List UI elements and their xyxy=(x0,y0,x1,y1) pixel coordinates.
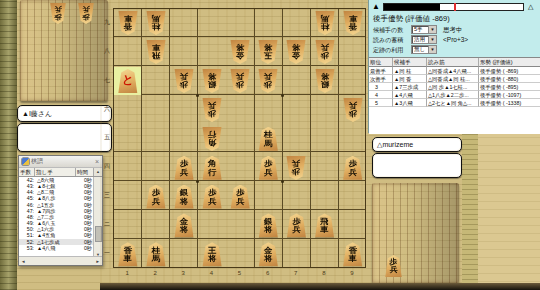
candidate-rows: 最善手▲同 桂△同香成▲4八飛...後手優勢 ( -869)次善手▲同 香△同香… xyxy=(369,67,540,107)
setting-joseki-label: 定跡の利用 xyxy=(373,47,403,53)
shogi-piece-桂馬-sente[interactable]: 桂馬 xyxy=(145,11,167,35)
shogi-piece-香車-gote[interactable]: 香車 xyxy=(342,242,364,266)
candidate-cell: △同 歩▲1七桂... xyxy=(427,83,479,91)
evaluation-bar-row: ▲ △ xyxy=(369,2,540,12)
gote-mark-icon: △ xyxy=(528,3,533,10)
analysis-panel: ▲ △ 後手優勢 (評価値 -869) 候補手の数 5手 ▼ 思考中 読みの蓄積… xyxy=(368,0,540,133)
setting-accumulate: 読みの蓄積 活用 ▼ <Pro+3> xyxy=(373,36,403,45)
shogi-piece-歩兵-gote[interactable]: 歩兵 xyxy=(201,185,223,209)
kifu-titlebar[interactable]: 棋譜 × xyxy=(19,156,102,168)
sente-comment-box xyxy=(17,123,112,152)
candidate-row[interactable]: 5▲3八飛△2七と▲同 角△...後手優勢 ( -1338) xyxy=(369,99,540,107)
file-label-7: 7 xyxy=(282,270,310,276)
rank-label-九: 九 xyxy=(102,8,112,37)
shogi-piece-歩兵-gote[interactable]: 歩兵 xyxy=(285,213,307,237)
sente-name-plate[interactable]: ▲I藤さん xyxy=(17,105,112,122)
chevron-down-icon[interactable]: ▼ xyxy=(428,26,436,33)
shogi-app-window: 歩兵歩兵 ▲I藤さん 棋譜 × 手数 指し手 時間 ▲ 42:△8六飛0秒43:… xyxy=(0,0,540,290)
scroll-left-icon[interactable]: ◄ xyxy=(21,259,25,264)
kifu-col-move: 指し手 xyxy=(35,168,76,176)
accumulate-combobox[interactable]: 活用 ▼ xyxy=(411,35,437,44)
rank-label-四: 四 xyxy=(102,152,112,181)
chevron-down-icon[interactable]: ▼ xyxy=(428,46,436,53)
evaluation-text: 後手優勢 (評価値 -869) xyxy=(373,14,450,24)
kifu-cell: 53: xyxy=(19,245,35,251)
shogi-piece-銀将-sente[interactable]: 銀将 xyxy=(201,69,223,93)
candidates-value: 5手 xyxy=(412,26,428,33)
candidate-cell: 後手優勢 ( -1097) xyxy=(479,91,540,99)
candidates-combobox[interactable]: 5手 ▼ xyxy=(411,25,437,34)
gote-name-plate[interactable]: △murizeme xyxy=(372,137,462,152)
shogi-piece-歩兵-gote[interactable]: 歩兵 xyxy=(145,185,167,209)
hoshi-dot xyxy=(196,180,199,183)
gote-comment-box xyxy=(372,153,462,178)
candidate-cell: ▲4八飛 xyxy=(393,91,427,99)
evaluation-bar xyxy=(383,3,524,11)
candidate-cell: ▲同 桂 xyxy=(393,67,427,75)
shogi-piece-玉将-sente[interactable]: 玉将 xyxy=(257,40,279,64)
shogi-piece-香車-sente[interactable]: 香車 xyxy=(117,11,139,35)
shogi-piece-歩兵-gote[interactable]: 歩兵 xyxy=(257,156,279,180)
file-label-1: 1 xyxy=(113,270,141,276)
setting-candidates-label: 候補手の数 xyxy=(373,27,403,33)
kifu-cell: 0秒 xyxy=(76,245,92,251)
candidate-cell: 後手優勢 ( -880) xyxy=(479,75,540,83)
shogi-piece-金将-gote[interactable]: 金将 xyxy=(257,242,279,266)
candidate-cell: 5 xyxy=(369,99,393,107)
shogi-piece-香車-sente[interactable]: 香車 xyxy=(342,11,364,35)
kifu-col-time: 時間 xyxy=(76,168,94,176)
file-label-3: 3 xyxy=(169,270,197,276)
chevron-down-icon[interactable]: ▼ xyxy=(428,36,436,43)
setting-joseki: 定跡の利用 無し ▼ xyxy=(373,46,403,55)
shogi-piece-桂馬-sente[interactable]: 桂馬 xyxy=(314,11,336,35)
candidate-cell: △同香成▲4八飛... xyxy=(427,67,479,75)
shogi-piece-王将-gote[interactable]: 王将 xyxy=(201,242,223,266)
shogi-piece-角行-gote[interactable]: 角行 xyxy=(201,156,223,180)
accumulate-value: 活用 xyxy=(412,36,428,43)
gote-name: △murizeme xyxy=(377,141,413,149)
shogi-piece-歩兵-sente[interactable]: 歩兵 xyxy=(201,98,223,122)
file-label-9: 9 xyxy=(338,270,366,276)
candidate-cell: ▲同 香 xyxy=(393,75,427,83)
thinking-status: 思考中 xyxy=(443,26,463,35)
joseki-value: 無し xyxy=(412,46,428,53)
candidate-row[interactable]: 次善手▲同 香△同香成▲同 桂...後手優勢 ( -880) xyxy=(369,75,540,83)
candidate-table-header: 順位 候補手 読み筋 形勢 (評価値) xyxy=(369,58,540,67)
shogi-piece-歩兵-sente[interactable]: 歩兵 xyxy=(257,69,279,93)
col-candidate: 候補手 xyxy=(393,58,427,67)
col-rank: 順位 xyxy=(369,58,393,67)
rank-label-五: 五 xyxy=(102,124,112,153)
tatami-border-left xyxy=(0,0,17,290)
rank-label-一: 一 xyxy=(102,239,112,268)
file-label-4: 4 xyxy=(197,270,225,276)
board-grid[interactable]: 香車桂馬桂馬香車飛車金将玉将金将歩兵と歩兵銀将歩兵歩兵銀将歩兵歩兵角行桂馬歩兵角… xyxy=(113,8,366,268)
col-eval: 形勢 (評価値) xyxy=(479,58,540,67)
candidate-cell: 次善手 xyxy=(369,75,393,83)
setting-accumulate-label: 読みの蓄積 xyxy=(373,37,403,43)
shogi-piece-飛車-sente[interactable]: 飛車 xyxy=(145,40,167,64)
kifu-cell: ▲4八飛 xyxy=(35,245,76,251)
kifu-window: 棋譜 × 手数 指し手 時間 ▲ 42:△8六飛0秒43:▲8七銀0秒44:△8… xyxy=(18,155,103,266)
evaluation-bar-fill xyxy=(384,4,440,10)
shogi-piece-金将-gote[interactable]: 金将 xyxy=(173,213,195,237)
rank-label-七: 七 xyxy=(102,66,112,95)
file-label-8: 8 xyxy=(310,270,338,276)
candidate-cell: △同香成▲同 桂... xyxy=(427,75,479,83)
kifu-move-list: 42:△8六飛0秒43:▲8七銀0秒44:△8二飛0秒45:▲8八歩0秒46:△… xyxy=(19,177,94,251)
candidate-moves-table: 順位 候補手 読み筋 形勢 (評価値) 最善手▲同 桂△同香成▲4八飛...後手… xyxy=(369,57,540,134)
candidate-row[interactable]: 4▲4八飛△1八歩▲2二歩...後手優勢 ( -1097) xyxy=(369,91,540,99)
kifu-window-title: 棋譜 xyxy=(31,157,43,166)
candidate-cell: △2七と▲同 角△... xyxy=(427,99,479,107)
shogi-piece-歩兵-sente[interactable]: 歩兵 xyxy=(49,3,67,24)
shogi-piece-歩兵-sente[interactable]: 歩兵 xyxy=(342,98,364,122)
shogi-piece-金将-sente[interactable]: 金将 xyxy=(285,40,307,64)
setting-candidates: 候補手の数 5手 ▼ 思考中 xyxy=(373,26,403,35)
shogi-piece-歩兵-sente[interactable]: 歩兵 xyxy=(314,40,336,64)
rank-label-二: 二 xyxy=(102,210,112,239)
kifu-header-row: 手数 指し手 時間 ▲ xyxy=(19,168,102,177)
shogi-piece-銀将-sente[interactable]: 銀将 xyxy=(314,69,336,93)
shogi-piece-歩兵-gote[interactable]: 歩兵 xyxy=(229,185,251,209)
shogi-piece-金将-sente[interactable]: 金将 xyxy=(229,40,251,64)
candidate-cell: △1八歩▲2二歩... xyxy=(427,91,479,99)
shogi-piece-歩兵-gote[interactable]: 歩兵 xyxy=(384,255,403,277)
shogi-piece-歩兵-sente[interactable]: 歩兵 xyxy=(285,156,307,180)
candidate-cell: 後手優勢 ( -895) xyxy=(479,83,540,91)
sente-komadai: 歩兵歩兵 xyxy=(20,0,108,101)
file-label-6: 6 xyxy=(254,270,282,276)
candidate-cell: 最善手 xyxy=(369,67,393,75)
rank-label-三: 三 xyxy=(102,181,112,210)
rank-label-六: 六 xyxy=(102,95,112,124)
shogi-piece-銀将-gote[interactable]: 銀将 xyxy=(173,185,195,209)
kifu-col-moveno: 手数 xyxy=(19,168,35,176)
shogi-piece-桂馬-gote[interactable]: 桂馬 xyxy=(145,242,167,266)
rank-label-八: 八 xyxy=(102,37,112,66)
hoshi-dot xyxy=(196,94,199,97)
shogi-piece-桂馬-gote[interactable]: 桂馬 xyxy=(257,127,279,151)
shogi-piece-銀将-gote[interactable]: 銀将 xyxy=(257,213,279,237)
col-pv: 読み筋 xyxy=(427,58,479,67)
shogi-board: 九八七六五四三二一 123456789 香車桂馬桂馬香車飛車金将玉将金将歩兵と歩… xyxy=(100,0,368,290)
candidate-cell: 後手優勢 ( -1338) xyxy=(479,99,540,107)
shogi-piece-角行-sente[interactable]: 角行 xyxy=(201,127,223,151)
candidate-cell: ▲3八飛 xyxy=(393,99,427,107)
floor-shadow xyxy=(100,283,540,290)
shogi-piece-歩兵-gote[interactable]: 歩兵 xyxy=(173,156,195,180)
candidate-cell: 3 xyxy=(369,83,393,91)
candidate-row[interactable]: 3▲7三歩成△同 歩▲1七桂...後手優勢 ( -895) xyxy=(369,83,540,91)
close-icon[interactable]: × xyxy=(95,158,99,165)
shogi-piece-飛車-gote[interactable]: 飛車 xyxy=(314,213,336,237)
shogi-piece-歩兵-sente[interactable]: 歩兵 xyxy=(229,69,251,93)
file-label-5: 5 xyxy=(225,270,253,276)
candidate-row[interactable]: 最善手▲同 桂△同香成▲4八飛...後手優勢 ( -869) xyxy=(369,67,540,75)
kifu-window-icon xyxy=(22,158,29,165)
shogi-piece-歩兵-sente[interactable]: 歩兵 xyxy=(77,3,95,24)
joseki-combobox[interactable]: 無し ▼ xyxy=(411,45,437,54)
shogi-piece-歩兵-sente[interactable]: 歩兵 xyxy=(173,69,195,93)
engine-label: <Pro+3> xyxy=(443,36,468,43)
file-label-2: 2 xyxy=(141,270,169,276)
evaluation-bar-marker xyxy=(454,3,456,11)
candidate-cell: 後手優勢 ( -869) xyxy=(479,67,540,75)
hoshi-dot xyxy=(281,180,284,183)
sente-mark-icon: ▲ xyxy=(372,3,380,11)
candidate-cell: 4 xyxy=(369,91,393,99)
candidate-cell: ▲7三歩成 xyxy=(393,83,427,91)
hoshi-dot xyxy=(281,94,284,97)
gote-komadai: 歩兵 xyxy=(372,183,459,283)
kifu-horizontal-scrollbar[interactable]: ◄ ► xyxy=(19,256,102,265)
sente-name: ▲I藤さん xyxy=(22,109,52,119)
shogi-piece-歩兵-gote[interactable]: 歩兵 xyxy=(342,156,364,180)
shogi-piece-香車-gote[interactable]: 香車 xyxy=(117,242,139,266)
kifu-row[interactable]: 53:▲4八飛0秒 xyxy=(19,245,94,251)
